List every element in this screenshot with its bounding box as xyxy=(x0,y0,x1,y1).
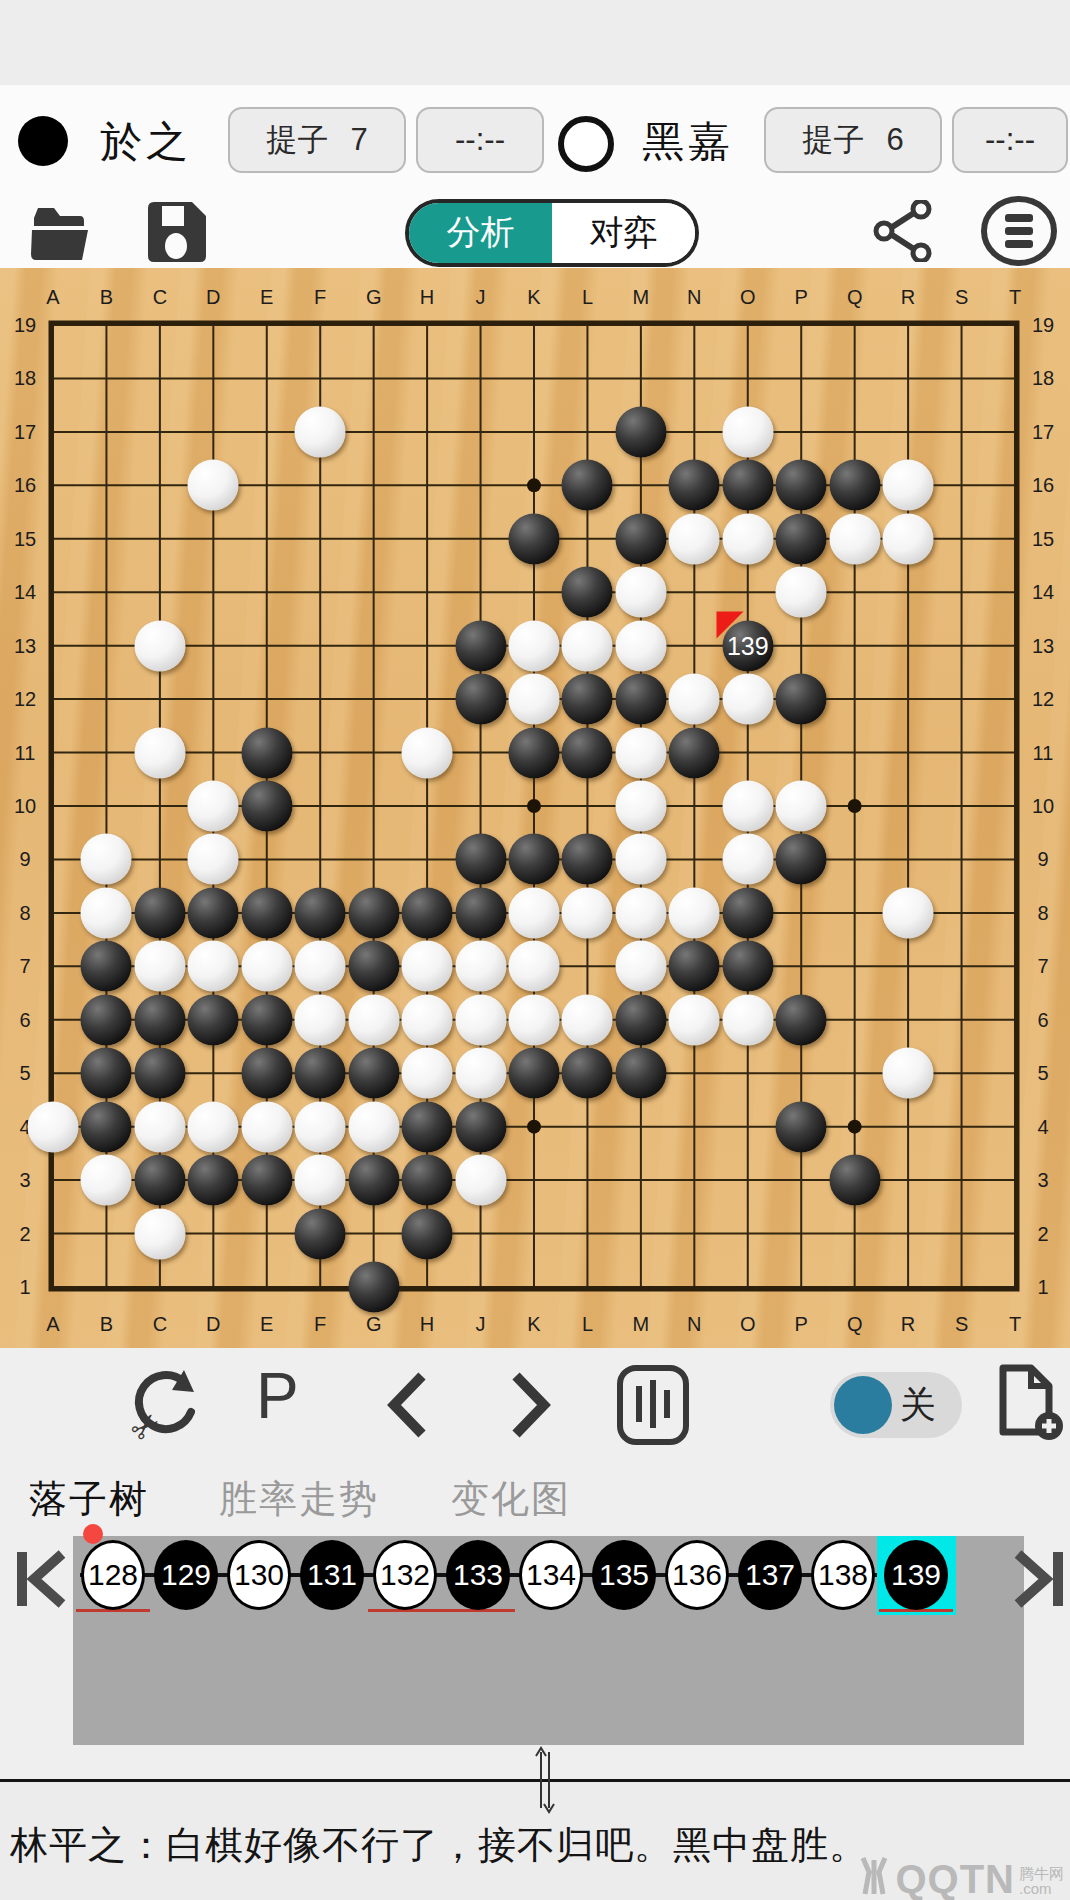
col-label-top: T xyxy=(1009,286,1021,309)
stone-black-E6[interactable] xyxy=(241,994,292,1045)
stone-white-C4[interactable] xyxy=(134,1101,185,1152)
col-label-bottom: J xyxy=(476,1313,486,1336)
stone-black-F2[interactable] xyxy=(295,1208,346,1259)
col-label-bottom: L xyxy=(582,1313,593,1336)
stone-white-J5[interactable] xyxy=(455,1048,506,1099)
stone-black-Q16[interactable] xyxy=(829,460,880,511)
stone-white-J7[interactable] xyxy=(455,941,506,992)
col-label-bottom: C xyxy=(153,1313,167,1336)
white-captures-chip: 提子6 xyxy=(764,107,942,173)
game-comment: 林平之：白棋好像不行了，接不归吧。黑中盘胜。 xyxy=(10,1820,868,1871)
row-label-left: 15 xyxy=(14,527,36,550)
stone-black-L16[interactable] xyxy=(562,460,613,511)
status-strip xyxy=(0,0,1070,85)
stone-black-P12[interactable] xyxy=(776,674,827,725)
col-label-top: O xyxy=(740,286,756,309)
stone-white-N15[interactable] xyxy=(669,513,720,564)
row-label-right: 5 xyxy=(1037,1062,1048,1085)
stone-black-N7[interactable] xyxy=(669,941,720,992)
stone-black-K15[interactable] xyxy=(508,513,559,564)
stone-black-P15[interactable] xyxy=(776,513,827,564)
col-label-bottom: E xyxy=(260,1313,273,1336)
black-clock-chip: --:-- xyxy=(416,107,544,173)
stone-black-H4[interactable] xyxy=(402,1101,453,1152)
stone-black-H3[interactable] xyxy=(402,1155,453,1206)
stone-white-O15[interactable] xyxy=(722,513,773,564)
stone-white-F17[interactable] xyxy=(295,406,346,457)
row-label-right: 8 xyxy=(1037,901,1048,924)
stone-black-K9[interactable] xyxy=(508,834,559,885)
stone-black-C6[interactable] xyxy=(134,994,185,1045)
move-node-135[interactable]: 135 xyxy=(592,1540,656,1610)
stone-white-N8[interactable] xyxy=(669,887,720,938)
stone-black-J4[interactable] xyxy=(455,1101,506,1152)
stone-white-M8[interactable] xyxy=(615,887,666,938)
col-label-bottom: K xyxy=(527,1313,540,1336)
row-label-right: 17 xyxy=(1032,420,1054,443)
white-player-stone-icon xyxy=(558,116,614,172)
stone-white-H7[interactable] xyxy=(402,941,453,992)
svg-text:✂: ✂ xyxy=(122,1403,169,1444)
row-label-left: 19 xyxy=(14,314,36,337)
row-label-left: 5 xyxy=(19,1062,30,1085)
jump-last-icon[interactable] xyxy=(1012,1548,1064,1610)
col-label-top: E xyxy=(260,286,273,309)
stone-black-G1[interactable] xyxy=(348,1261,399,1312)
stone-black-G8[interactable] xyxy=(348,887,399,938)
stone-white-D4[interactable] xyxy=(188,1101,239,1152)
stone-black-K5[interactable] xyxy=(508,1048,559,1099)
stone-white-F4[interactable] xyxy=(295,1101,346,1152)
col-label-bottom: A xyxy=(46,1313,59,1336)
mode-toggle: 分析 对弈 xyxy=(405,199,699,267)
stone-black-B5[interactable] xyxy=(81,1048,132,1099)
stone-white-C13[interactable] xyxy=(134,620,185,671)
col-label-top: N xyxy=(687,286,701,309)
stone-white-L6[interactable] xyxy=(562,994,613,1045)
move-node-129[interactable]: 129 xyxy=(154,1540,218,1610)
stone-black-C3[interactable] xyxy=(134,1155,185,1206)
stone-black-M12[interactable] xyxy=(615,674,666,725)
move-node-134[interactable]: 134 xyxy=(519,1540,583,1610)
stone-black-F5[interactable] xyxy=(295,1048,346,1099)
stone-black-F8[interactable] xyxy=(295,887,346,938)
ai-toggle-knob xyxy=(834,1376,892,1434)
tab-analysis[interactable]: 分析 xyxy=(409,203,552,263)
row-label-right: 16 xyxy=(1032,474,1054,497)
move-node-139[interactable]: 139 xyxy=(884,1540,948,1610)
row-label-left: 18 xyxy=(14,367,36,390)
stone-black-Q3[interactable] xyxy=(829,1155,880,1206)
stone-black-E3[interactable] xyxy=(241,1155,292,1206)
stone-black-H2[interactable] xyxy=(402,1208,453,1259)
stone-white-G6[interactable] xyxy=(348,994,399,1045)
stone-white-C7[interactable] xyxy=(134,941,185,992)
white-clock-chip: --:-- xyxy=(952,107,1068,173)
tab-variation-diagram[interactable]: 变化图 xyxy=(451,1474,571,1525)
go-board[interactable]: AA1919BB1818CC1717DD1616EE1515FF1414GG13… xyxy=(0,268,1070,1348)
stone-white-D10[interactable] xyxy=(188,780,239,831)
stone-white-O12[interactable] xyxy=(722,674,773,725)
row-label-right: 10 xyxy=(1032,794,1054,817)
move-node-128[interactable]: 128 xyxy=(81,1540,145,1610)
stone-black-O8[interactable] xyxy=(722,887,773,938)
stone-black-G3[interactable] xyxy=(348,1155,399,1206)
stone-black-D8[interactable] xyxy=(188,887,239,938)
stone-white-E7[interactable] xyxy=(241,941,292,992)
bottom-toolbar: ✂ P 关 xyxy=(0,1348,1070,1462)
stone-black-L11[interactable] xyxy=(562,727,613,778)
black-player-stone-icon xyxy=(18,116,68,166)
col-label-top: D xyxy=(206,286,220,309)
black-captures-count: 7 xyxy=(350,122,367,158)
stone-black-C5[interactable] xyxy=(134,1048,185,1099)
panel-tabs: 落子树胜率走势变化图 xyxy=(0,1462,1070,1536)
col-label-bottom: M xyxy=(633,1313,650,1336)
stats-chart-icon[interactable] xyxy=(616,1364,690,1446)
watermark-cn: 腾牛网 xyxy=(1019,1866,1064,1881)
ai-toggle-label: 关 xyxy=(900,1381,936,1430)
col-label-top: J xyxy=(476,286,486,309)
stone-white-B8[interactable] xyxy=(81,887,132,938)
stone-black-J8[interactable] xyxy=(455,887,506,938)
black-captures-label: 提子 xyxy=(266,119,328,161)
white-captures-label: 提子 xyxy=(802,119,864,161)
stone-white-H5[interactable] xyxy=(402,1048,453,1099)
stone-white-L8[interactable] xyxy=(562,887,613,938)
stone-black-L12[interactable] xyxy=(562,674,613,725)
row-label-right: 7 xyxy=(1037,955,1048,978)
stone-black-H8[interactable] xyxy=(402,887,453,938)
stone-white-D16[interactable] xyxy=(188,460,239,511)
col-label-top: R xyxy=(901,286,915,309)
stone-white-N6[interactable] xyxy=(669,994,720,1045)
stone-black-M15[interactable] xyxy=(615,513,666,564)
ai-toggle[interactable]: 关 xyxy=(830,1372,962,1438)
stone-white-D7[interactable] xyxy=(188,941,239,992)
row-label-left: 16 xyxy=(14,474,36,497)
stone-black-J9[interactable] xyxy=(455,834,506,885)
stone-white-K8[interactable] xyxy=(508,887,559,938)
move-node-131[interactable]: 131 xyxy=(300,1540,364,1610)
tab-play[interactable]: 对弈 xyxy=(552,203,695,263)
col-label-bottom: H xyxy=(420,1313,434,1336)
col-label-bottom: O xyxy=(740,1313,756,1336)
stone-white-G4[interactable] xyxy=(348,1101,399,1152)
stone-black-L5[interactable] xyxy=(562,1048,613,1099)
row-label-left: 10 xyxy=(14,794,36,817)
row-label-left: 13 xyxy=(14,634,36,657)
row-label-left: 7 xyxy=(19,955,30,978)
stone-black-N11[interactable] xyxy=(669,727,720,778)
stone-black-M6[interactable] xyxy=(615,994,666,1045)
row-label-right: 13 xyxy=(1032,634,1054,657)
stone-white-F7[interactable] xyxy=(295,941,346,992)
white-clock: --:-- xyxy=(985,122,1035,158)
watermark-site: QQTN xyxy=(895,1862,1015,1896)
col-label-top: G xyxy=(366,286,382,309)
stone-white-R8[interactable] xyxy=(883,887,934,938)
stone-white-C2[interactable] xyxy=(134,1208,185,1259)
stone-black-O16[interactable] xyxy=(722,460,773,511)
stone-white-Q15[interactable] xyxy=(829,513,880,564)
row-label-right: 1 xyxy=(1037,1275,1048,1298)
col-label-bottom: S xyxy=(955,1313,968,1336)
watermark-com: .com xyxy=(1019,1881,1052,1896)
col-label-bottom: T xyxy=(1009,1313,1021,1336)
row-label-left: 12 xyxy=(14,688,36,711)
stone-black-M5[interactable] xyxy=(615,1048,666,1099)
move-node-133[interactable]: 133 xyxy=(446,1540,510,1610)
stone-black-P9[interactable] xyxy=(776,834,827,885)
menu-icon[interactable] xyxy=(975,196,1063,266)
stone-white-M7[interactable] xyxy=(615,941,666,992)
last-move-number: 139 xyxy=(722,620,773,671)
col-label-top: H xyxy=(420,286,434,309)
stone-black-G5[interactable] xyxy=(348,1048,399,1099)
watermark: QQTN 腾牛网 .com xyxy=(857,1856,1064,1896)
stone-black-J13[interactable] xyxy=(455,620,506,671)
stone-black-P6[interactable] xyxy=(776,994,827,1045)
stone-white-H11[interactable] xyxy=(402,727,453,778)
row-label-left: 17 xyxy=(14,420,36,443)
next-move-icon[interactable] xyxy=(506,1372,554,1438)
stone-white-K13[interactable] xyxy=(508,620,559,671)
stone-black-D6[interactable] xyxy=(188,994,239,1045)
white-captures-count: 6 xyxy=(886,122,903,158)
black-clock: --:-- xyxy=(455,122,505,158)
stone-white-R16[interactable] xyxy=(883,460,934,511)
col-label-bottom: B xyxy=(100,1313,113,1336)
row-label-right: 18 xyxy=(1032,367,1054,390)
open-file-icon[interactable] xyxy=(28,204,94,262)
col-label-top: P xyxy=(795,286,808,309)
stone-white-O10[interactable] xyxy=(722,780,773,831)
stone-white-J3[interactable] xyxy=(455,1155,506,1206)
row-label-left: 2 xyxy=(19,1222,30,1245)
row-label-right: 12 xyxy=(1032,688,1054,711)
move-tree-strip: 128129130131132133134135136137138139 xyxy=(0,1536,1070,1745)
row-label-right: 9 xyxy=(1037,848,1048,871)
row-label-right: 11 xyxy=(1033,741,1054,764)
stone-black-B6[interactable] xyxy=(81,994,132,1045)
stone-white-P10[interactable] xyxy=(776,780,827,831)
col-label-bottom: Q xyxy=(847,1313,863,1336)
new-file-icon[interactable] xyxy=(995,1362,1065,1444)
stone-black-E11[interactable] xyxy=(241,727,292,778)
watermark-logo-icon xyxy=(857,1856,891,1896)
black-player-name: 於之 xyxy=(100,117,192,167)
stone-white-A4[interactable] xyxy=(28,1101,79,1152)
stone-black-M17[interactable] xyxy=(615,406,666,457)
stone-black-E10[interactable] xyxy=(241,780,292,831)
stone-black-B7[interactable] xyxy=(81,941,132,992)
stone-white-R5[interactable] xyxy=(883,1048,934,1099)
col-label-top: A xyxy=(46,286,59,309)
stone-black-K11[interactable] xyxy=(508,727,559,778)
col-label-top: Q xyxy=(847,286,863,309)
row-label-left: 6 xyxy=(19,1008,30,1031)
stone-white-F3[interactable] xyxy=(295,1155,346,1206)
move-node-132[interactable]: 132 xyxy=(373,1540,437,1610)
stone-white-N12[interactable] xyxy=(669,674,720,725)
jump-first-icon[interactable] xyxy=(16,1548,68,1610)
col-label-top: K xyxy=(527,286,540,309)
col-label-top: L xyxy=(582,286,593,309)
active-tab-dot xyxy=(83,1524,103,1544)
stone-black-J12[interactable] xyxy=(455,674,506,725)
stone-white-M11[interactable] xyxy=(615,727,666,778)
stone-white-B9[interactable] xyxy=(81,834,132,885)
stone-white-M14[interactable] xyxy=(615,567,666,618)
row-label-left: 9 xyxy=(19,848,30,871)
stone-black-L9[interactable] xyxy=(562,834,613,885)
move-node-137[interactable]: 137 xyxy=(738,1540,802,1610)
tab-move-tree[interactable]: 落子树 xyxy=(29,1474,149,1525)
stone-white-O17[interactable] xyxy=(722,406,773,457)
undo-cut-icon[interactable]: ✂ xyxy=(122,1368,202,1444)
row-label-right: 15 xyxy=(1032,527,1054,550)
col-label-top: B xyxy=(100,286,113,309)
row-label-right: 6 xyxy=(1037,1008,1048,1031)
stone-white-K12[interactable] xyxy=(508,674,559,725)
row-label-left: 14 xyxy=(14,581,36,604)
row-label-left: 8 xyxy=(19,901,30,924)
stone-white-M9[interactable] xyxy=(615,834,666,885)
stone-white-L13[interactable] xyxy=(562,620,613,671)
row-label-right: 19 xyxy=(1032,314,1054,337)
prev-move-icon[interactable] xyxy=(384,1372,432,1438)
row-label-left: 1 xyxy=(19,1275,30,1298)
col-label-bottom: R xyxy=(901,1313,915,1336)
col-label-top: C xyxy=(153,286,167,309)
stone-white-E4[interactable] xyxy=(241,1101,292,1152)
stone-white-O9[interactable] xyxy=(722,834,773,885)
stone-white-K7[interactable] xyxy=(508,941,559,992)
col-label-bottom: F xyxy=(314,1313,326,1336)
stone-white-C11[interactable] xyxy=(134,727,185,778)
row-label-right: 14 xyxy=(1032,581,1054,604)
row-label-right: 4 xyxy=(1037,1115,1048,1138)
tab-winrate-trend[interactable]: 胜率走势 xyxy=(219,1474,379,1525)
top-toolbar: 分析 对弈 xyxy=(0,198,1070,268)
stone-white-D9[interactable] xyxy=(188,834,239,885)
stone-black-C8[interactable] xyxy=(134,887,185,938)
save-icon[interactable] xyxy=(144,200,208,264)
black-captures-chip: 提子7 xyxy=(228,107,406,173)
stone-black-O7[interactable] xyxy=(722,941,773,992)
share-icon[interactable] xyxy=(872,200,934,262)
stone-white-H6[interactable] xyxy=(402,994,453,1045)
stone-white-F6[interactable] xyxy=(295,994,346,1045)
stone-white-R15[interactable] xyxy=(883,513,934,564)
move-node-136[interactable]: 136 xyxy=(665,1540,729,1610)
white-player-name: 黑嘉 xyxy=(642,117,734,167)
stone-white-B3[interactable] xyxy=(81,1155,132,1206)
stone-black-B4[interactable] xyxy=(81,1101,132,1152)
pass-button[interactable]: P xyxy=(256,1364,299,1428)
col-label-bottom: N xyxy=(687,1313,701,1336)
stone-black-P16[interactable] xyxy=(776,460,827,511)
row-label-left: 3 xyxy=(19,1169,30,1192)
stone-white-M10[interactable] xyxy=(615,780,666,831)
col-label-top: F xyxy=(314,286,326,309)
col-label-bottom: P xyxy=(795,1313,808,1336)
stone-black-E5[interactable] xyxy=(241,1048,292,1099)
resize-handle-icon[interactable] xyxy=(533,1746,557,1814)
stone-black-P4[interactable] xyxy=(776,1101,827,1152)
stone-black-E8[interactable] xyxy=(241,887,292,938)
col-label-top: S xyxy=(955,286,968,309)
stone-white-K6[interactable] xyxy=(508,994,559,1045)
stone-black-D3[interactable] xyxy=(188,1155,239,1206)
stone-white-J6[interactable] xyxy=(455,994,506,1045)
stone-black-N16[interactable] xyxy=(669,460,720,511)
col-label-bottom: G xyxy=(366,1313,382,1336)
stone-black-G7[interactable] xyxy=(348,941,399,992)
row-label-left: 11 xyxy=(15,741,36,764)
row-label-right: 2 xyxy=(1037,1222,1048,1245)
move-node-138[interactable]: 138 xyxy=(811,1540,875,1610)
stone-black-O13[interactable]: 139 xyxy=(722,620,773,671)
row-label-right: 3 xyxy=(1037,1169,1048,1192)
move-node-130[interactable]: 130 xyxy=(227,1540,291,1610)
col-label-bottom: D xyxy=(206,1313,220,1336)
stone-white-M13[interactable] xyxy=(615,620,666,671)
col-label-top: M xyxy=(633,286,650,309)
player-bar: 於之 提子7 --:-- 黑嘉 提子6 --:-- xyxy=(0,85,1070,198)
stone-white-P14[interactable] xyxy=(776,567,827,618)
stone-black-L14[interactable] xyxy=(562,567,613,618)
stone-white-O6[interactable] xyxy=(722,994,773,1045)
